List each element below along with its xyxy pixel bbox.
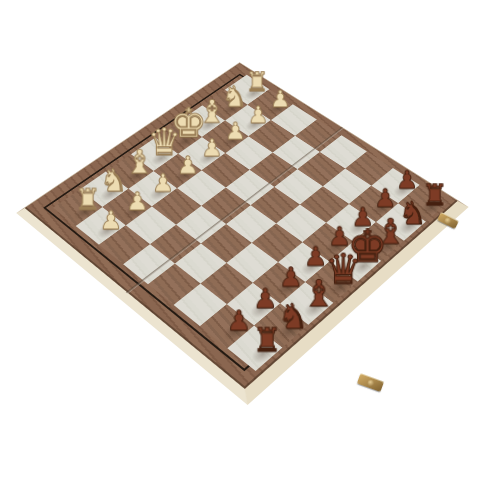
clasp-icon [357, 373, 384, 392]
piece-white-pawn-a2: ♟ [88, 208, 133, 233]
play-area: ♜♞♝♛♚♝♞♜♟♟♟♟♟♟♟♟♟♟♟♟♟♟♟♟♜♞♝♛♚♝♞♜ [53, 80, 441, 372]
chess-board: ♜♞♝♛♚♝♞♜♟♟♟♟♟♟♟♟♟♟♟♟♟♟♟♟♜♞♝♛♚♝♞♜ [16, 62, 468, 405]
clasp-pin-icon [367, 379, 375, 387]
piece-brown-rook-a8: ♜ [242, 325, 291, 357]
clasp-pin-icon [444, 216, 452, 224]
board-frame-line: ♜♞♝♛♚♝♞♜♟♟♟♟♟♟♟♟♟♟♟♟♟♟♟♟♜♞♝♛♚♝♞♜ [43, 74, 439, 372]
product-photo-scene: ♜♞♝♛♚♝♞♜♟♟♟♟♟♟♟♟♟♟♟♟♟♟♟♟♜♞♝♛♚♝♞♜ [0, 0, 480, 480]
